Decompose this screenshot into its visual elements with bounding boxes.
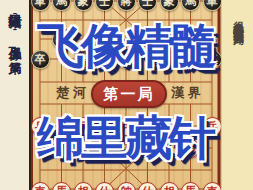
left-caption-strip: 绵里藏针--飞像局 第一局 bbox=[0, 0, 31, 190]
river-label-chu: 楚河 bbox=[56, 84, 90, 102]
river-label-han: 漢界 bbox=[171, 84, 205, 102]
right-caption-text: 很多象棋特级大师都喜欢飞象开局 bbox=[231, 0, 245, 190]
main-title-bottom: 绵里藏针 bbox=[29, 115, 221, 162]
right-caption-strip: 很多象棋特级大师都喜欢飞象开局 bbox=[221, 0, 253, 190]
left-caption-text: 绵里藏针--飞像局 第一局 bbox=[6, 0, 24, 190]
main-title-top: 飞像精髓 bbox=[29, 23, 221, 70]
episode-badge: 第一局 bbox=[91, 80, 167, 108]
video-thumbnail: 楚河 漢界 車馬象士將士象馬車砲砲卒卒卒卒卒兵兵兵兵兵炮炮車馬相仕帥仕相馬車 飞… bbox=[0, 0, 253, 190]
